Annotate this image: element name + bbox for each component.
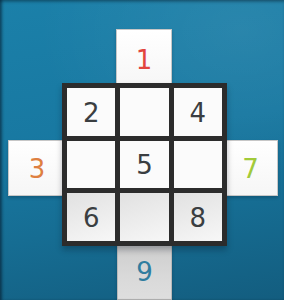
outer-tile-left-digit: 3 [29, 156, 46, 182]
grid-cell-r0c0-digit: 2 [83, 100, 100, 126]
grid-cell-r0c0[interactable]: 2 [67, 88, 115, 136]
grid-cell-r1c2[interactable] [174, 141, 222, 189]
grid-cell-r2c2[interactable]: 8 [174, 193, 222, 241]
grid-cell-r1c1[interactable]: 5 [120, 141, 168, 189]
grid-cell-r2c2-digit: 8 [190, 205, 207, 231]
board-grid: 2 4 5 6 8 [62, 83, 227, 246]
grid-cell-r1c1-digit: 5 [136, 152, 153, 178]
grid-cell-r1c0[interactable] [67, 141, 115, 189]
grid-cell-r0c1[interactable] [120, 88, 168, 136]
outer-tile-bottom[interactable]: 9 [117, 242, 172, 300]
outer-tile-right[interactable]: 7 [223, 140, 278, 196]
outer-tile-right-digit: 7 [242, 156, 259, 182]
outer-tile-bottom-digit: 9 [136, 259, 153, 285]
outer-tile-top-digit: 1 [136, 47, 153, 73]
grid-cell-r2c0-digit: 6 [83, 205, 100, 231]
puzzle-stage: 1 3 7 9 2 4 5 6 8 [0, 0, 284, 300]
outer-tile-top[interactable]: 1 [116, 29, 172, 87]
grid-cell-r0c2-digit: 4 [190, 100, 207, 126]
grid-cell-r2c1[interactable] [120, 193, 168, 241]
grid-cell-r0c2[interactable]: 4 [174, 88, 222, 136]
grid-cell-r2c0[interactable]: 6 [67, 193, 115, 241]
outer-tile-left[interactable]: 3 [8, 140, 66, 196]
